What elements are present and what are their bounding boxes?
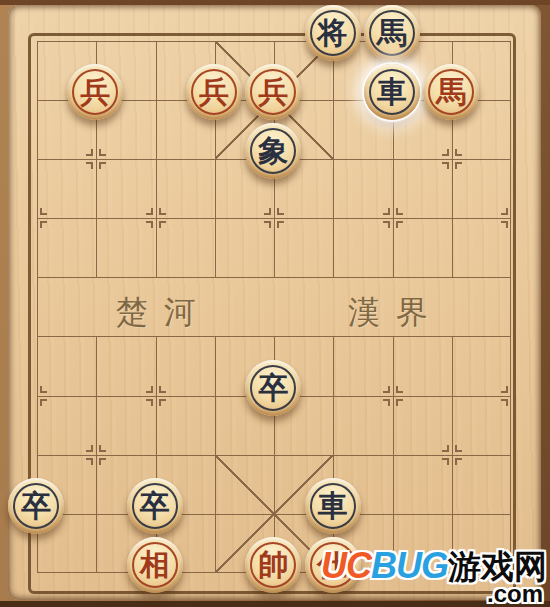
position-mark — [501, 386, 508, 393]
position-mark — [146, 208, 153, 215]
piece-glyph: 象 — [245, 123, 301, 179]
position-mark — [383, 386, 390, 393]
piece-glyph: 卒 — [127, 478, 183, 534]
board-cell — [452, 277, 511, 336]
position-mark — [40, 221, 47, 228]
position-mark — [455, 149, 462, 156]
position-mark — [146, 221, 153, 228]
piece-glyph: 馬 — [423, 64, 479, 120]
position-mark — [86, 162, 93, 169]
piece-black-soldier[interactable]: 卒 — [127, 478, 183, 534]
position-mark — [396, 208, 403, 215]
piece-red-horse[interactable]: 馬 — [423, 64, 479, 120]
piece-glyph: 馬 — [364, 5, 420, 61]
position-mark — [396, 386, 403, 393]
position-mark — [501, 399, 508, 406]
position-mark — [159, 221, 166, 228]
position-mark — [264, 221, 271, 228]
piece-glyph: 車 — [305, 478, 361, 534]
position-mark — [501, 221, 508, 228]
position-mark — [455, 458, 462, 465]
position-mark — [501, 208, 508, 215]
piece-glyph: 卒 — [8, 478, 64, 534]
piece-glyph: 車 — [364, 64, 420, 120]
position-mark — [455, 162, 462, 169]
river-label-left: 楚河 — [116, 291, 212, 335]
piece-black-chariot[interactable]: 車 — [305, 478, 361, 534]
board-cell — [215, 277, 274, 336]
position-mark — [40, 208, 47, 215]
piece-red-soldier[interactable]: 兵 — [186, 64, 242, 120]
position-mark — [383, 208, 390, 215]
piece-glyph: 相 — [127, 537, 183, 593]
piece-black-horse[interactable]: 馬 — [364, 5, 420, 61]
position-mark — [86, 458, 93, 465]
position-mark — [99, 162, 106, 169]
position-mark — [159, 399, 166, 406]
piece-glyph: 帥 — [245, 537, 301, 593]
piece-black-soldier[interactable]: 卒 — [8, 478, 64, 534]
watermark-uc: UC — [321, 545, 371, 586]
position-mark — [146, 399, 153, 406]
position-mark — [99, 149, 106, 156]
board-cell — [37, 277, 96, 336]
position-mark — [99, 458, 106, 465]
position-mark — [40, 399, 47, 406]
piece-red-soldier[interactable]: 兵 — [67, 64, 123, 120]
position-mark — [159, 386, 166, 393]
river-label-right: 漢界 — [348, 291, 444, 335]
position-mark — [159, 208, 166, 215]
position-mark — [86, 445, 93, 452]
position-mark — [277, 221, 284, 228]
piece-black-soldier[interactable]: 卒 — [245, 360, 301, 416]
piece-red-general[interactable]: 帥 — [245, 537, 301, 593]
position-mark — [455, 445, 462, 452]
position-mark — [383, 221, 390, 228]
watermark: UCBUG游戏网 .com — [321, 548, 547, 606]
position-mark — [99, 445, 106, 452]
position-mark — [442, 162, 449, 169]
position-mark — [40, 386, 47, 393]
piece-red-elephant[interactable]: 相 — [127, 537, 183, 593]
piece-glyph: 兵 — [245, 64, 301, 120]
position-mark — [277, 208, 284, 215]
position-mark — [442, 149, 449, 156]
piece-black-general[interactable]: 将 — [305, 5, 361, 61]
position-mark — [442, 458, 449, 465]
xiangqi-app: 楚河 漢界 将馬兵兵兵車馬象卒卒卒車相帥仕 UCBUG游戏网 .com — [0, 0, 550, 607]
piece-black-chariot[interactable]: 車 — [364, 64, 420, 120]
position-mark — [146, 386, 153, 393]
position-mark — [383, 399, 390, 406]
position-mark — [396, 399, 403, 406]
position-mark — [264, 208, 271, 215]
position-mark — [86, 149, 93, 156]
piece-black-elephant[interactable]: 象 — [245, 123, 301, 179]
piece-glyph: 将 — [305, 5, 361, 61]
position-mark — [442, 445, 449, 452]
board-cell — [274, 277, 333, 336]
piece-red-soldier[interactable]: 兵 — [245, 64, 301, 120]
piece-glyph: 卒 — [245, 360, 301, 416]
position-mark — [396, 221, 403, 228]
watermark-bug: BUG — [371, 545, 448, 586]
piece-glyph: 兵 — [67, 64, 123, 120]
piece-glyph: 兵 — [186, 64, 242, 120]
